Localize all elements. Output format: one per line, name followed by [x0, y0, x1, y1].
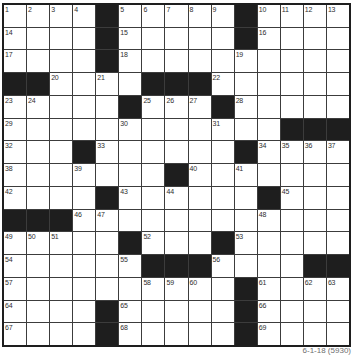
clue-number: 46 — [74, 210, 81, 219]
cell-r1c10[interactable]: 9 — [212, 5, 234, 27]
cell-r14c5 — [96, 301, 118, 323]
cell-r2c15[interactable] — [327, 28, 349, 50]
cell-r6c10[interactable]: 31 — [212, 119, 234, 141]
cell-r3c15[interactable] — [327, 50, 349, 72]
cell-r5c11[interactable]: 28 — [235, 96, 257, 118]
clue-number: 5 — [120, 5, 124, 14]
cell-r1c4[interactable]: 4 — [73, 5, 95, 27]
clue-number: 1 — [5, 5, 9, 14]
clue-number: 34 — [259, 141, 266, 150]
cell-r2c1[interactable]: 14 — [4, 28, 26, 50]
cell-r4c4[interactable] — [73, 73, 95, 95]
cell-r6c5[interactable] — [96, 119, 118, 141]
cell-r1c7[interactable]: 6 — [142, 5, 164, 27]
cell-r6c2[interactable] — [27, 119, 49, 141]
cell-r3c11[interactable]: 19 — [235, 50, 257, 72]
clue-number: 63 — [328, 278, 335, 287]
cell-r14c10[interactable] — [212, 301, 234, 323]
clue-number: 61 — [259, 278, 266, 287]
cell-r2c3[interactable] — [50, 28, 72, 50]
cell-r14c3[interactable] — [50, 301, 72, 323]
clue-number: 3 — [51, 5, 55, 14]
cell-r8c5[interactable] — [96, 164, 118, 186]
clue-number: 11 — [282, 5, 289, 14]
cell-r2c8[interactable] — [165, 28, 187, 50]
cell-r3c9[interactable] — [189, 50, 211, 72]
cell-r3c6[interactable]: 18 — [119, 50, 141, 72]
cell-r1c13[interactable]: 11 — [281, 5, 303, 27]
clue-number: 48 — [259, 210, 266, 219]
cell-r14c13[interactable] — [281, 301, 303, 323]
clue-number: 7 — [166, 5, 170, 14]
cell-r10c13[interactable] — [281, 210, 303, 232]
cell-r3c13[interactable] — [281, 50, 303, 72]
clue-number: 40 — [190, 164, 197, 173]
cell-r10c1 — [4, 210, 26, 232]
cell-r14c1[interactable]: 64 — [4, 301, 26, 323]
clue-number: 42 — [5, 187, 12, 196]
cell-r8c8 — [165, 164, 187, 186]
cell-r11c14[interactable] — [304, 232, 326, 254]
clue-number: 53 — [236, 232, 243, 241]
cell-r7c15[interactable]: 37 — [327, 141, 349, 163]
cell-r11c10 — [212, 232, 234, 254]
cell-r11c5[interactable] — [96, 232, 118, 254]
cell-r10c4[interactable]: 46 — [73, 210, 95, 232]
cell-r15c9[interactable] — [189, 323, 211, 345]
cell-r6c8[interactable] — [165, 119, 187, 141]
clue-number: 59 — [166, 278, 173, 287]
clue-number: 54 — [5, 255, 12, 264]
cell-r12c14 — [304, 255, 326, 277]
cell-r14c11 — [235, 301, 257, 323]
cell-r7c13[interactable]: 35 — [281, 141, 303, 163]
clue-number: 29 — [5, 119, 12, 128]
clue-number: 68 — [120, 323, 127, 332]
cell-r1c2[interactable]: 2 — [27, 5, 49, 27]
cell-r7c4 — [73, 141, 95, 163]
cell-r10c15[interactable] — [327, 210, 349, 232]
cell-r1c1[interactable]: 1 — [4, 5, 26, 27]
clue-number: 19 — [236, 50, 243, 59]
cell-r15c1[interactable]: 67 — [4, 323, 26, 345]
cell-r6c3[interactable] — [50, 119, 72, 141]
cell-r10c7[interactable] — [142, 210, 164, 232]
cell-r3c1[interactable]: 17 — [4, 50, 26, 72]
clue-number: 41 — [236, 164, 243, 173]
clue-number: 33 — [97, 141, 104, 150]
cell-r4c11[interactable] — [235, 73, 257, 95]
cell-r8c12[interactable] — [258, 164, 280, 186]
cell-r7c3[interactable] — [50, 141, 72, 163]
cell-r13c6[interactable] — [119, 278, 141, 300]
cell-r12c5[interactable] — [96, 255, 118, 277]
clue-number: 10 — [259, 5, 266, 14]
clue-number: 39 — [74, 164, 81, 173]
cell-r7c10[interactable] — [212, 141, 234, 163]
cell-r5c6 — [119, 96, 141, 118]
cell-r7c14[interactable]: 36 — [304, 141, 326, 163]
cell-r9c9[interactable] — [189, 187, 211, 209]
clue-number: 12 — [305, 5, 312, 14]
cell-r10c11[interactable] — [235, 210, 257, 232]
cell-r2c12[interactable]: 16 — [258, 28, 280, 50]
clue-number: 65 — [120, 301, 127, 310]
cell-r7c2[interactable] — [27, 141, 49, 163]
cell-r6c7[interactable] — [142, 119, 164, 141]
cell-r3c10[interactable] — [212, 50, 234, 72]
cell-r8c13[interactable] — [281, 164, 303, 186]
clue-number: 47 — [97, 210, 104, 219]
cell-r13c2[interactable] — [27, 278, 49, 300]
cell-r12c13[interactable] — [281, 255, 303, 277]
clue-number: 51 — [51, 232, 58, 241]
clue-number: 62 — [305, 278, 312, 287]
cell-r3c3[interactable] — [50, 50, 72, 72]
cell-r13c7[interactable]: 58 — [142, 278, 164, 300]
cell-r14c7[interactable] — [142, 301, 164, 323]
cell-r4c14[interactable] — [304, 73, 326, 95]
cell-r4c13[interactable] — [281, 73, 303, 95]
cell-r5c13[interactable] — [281, 96, 303, 118]
cell-r8c10[interactable] — [212, 164, 234, 186]
cell-r15c10[interactable] — [212, 323, 234, 345]
cell-r15c11 — [235, 323, 257, 345]
cell-r9c3[interactable] — [50, 187, 72, 209]
cell-r5c3[interactable] — [50, 96, 72, 118]
clue-number: 16 — [259, 28, 266, 37]
cell-r10c5[interactable]: 47 — [96, 210, 118, 232]
cell-r14c2[interactable] — [27, 301, 49, 323]
cell-r10c10[interactable] — [212, 210, 234, 232]
clue-number: 36 — [305, 141, 312, 150]
cell-r12c10[interactable]: 56 — [212, 255, 234, 277]
cell-r15c7[interactable] — [142, 323, 164, 345]
cell-r13c12[interactable]: 61 — [258, 278, 280, 300]
cell-r4c7 — [142, 73, 164, 95]
cell-r13c3[interactable] — [50, 278, 72, 300]
cell-r7c6[interactable] — [119, 141, 141, 163]
cell-r8c2[interactable] — [27, 164, 49, 186]
cell-r9c11[interactable] — [235, 187, 257, 209]
cell-r9c6[interactable]: 43 — [119, 187, 141, 209]
cell-r9c1[interactable]: 42 — [4, 187, 26, 209]
cell-r4c3[interactable]: 20 — [50, 73, 72, 95]
cell-r5c10 — [212, 96, 234, 118]
cell-r14c14[interactable] — [304, 301, 326, 323]
cell-r5c8[interactable]: 26 — [165, 96, 187, 118]
cell-r14c4[interactable] — [73, 301, 95, 323]
cell-r14c9[interactable] — [189, 301, 211, 323]
clue-number: 43 — [120, 187, 127, 196]
cell-r11c13[interactable] — [281, 232, 303, 254]
cell-r5c1[interactable]: 23 — [4, 96, 26, 118]
clue-number: 18 — [120, 50, 127, 59]
cell-r6c13 — [281, 119, 303, 141]
cell-r4c6[interactable] — [119, 73, 141, 95]
clue-number: 14 — [5, 28, 12, 37]
cell-r13c14[interactable]: 62 — [304, 278, 326, 300]
puzzle-code: 6-1-18 (5930) — [303, 346, 351, 356]
cell-r15c13[interactable] — [281, 323, 303, 345]
clue-number: 38 — [5, 164, 12, 173]
clue-number: 64 — [5, 301, 12, 310]
clue-number: 44 — [166, 187, 173, 196]
clue-number: 69 — [259, 323, 266, 332]
cell-r10c8[interactable] — [165, 210, 187, 232]
clue-number: 60 — [190, 278, 197, 287]
cell-r4c12[interactable] — [258, 73, 280, 95]
cell-r1c15[interactable]: 13 — [327, 5, 349, 27]
clue-number: 2 — [28, 5, 32, 14]
cell-r15c8[interactable] — [165, 323, 187, 345]
cell-r3c4[interactable] — [73, 50, 95, 72]
cell-r1c9[interactable]: 8 — [189, 5, 211, 27]
cell-r13c13[interactable] — [281, 278, 303, 300]
cell-r6c14 — [304, 119, 326, 141]
cell-r13c1[interactable]: 57 — [4, 278, 26, 300]
cell-r12c7 — [142, 255, 164, 277]
clue-number: 32 — [5, 141, 12, 150]
cell-r11c2[interactable]: 50 — [27, 232, 49, 254]
cell-r11c8[interactable] — [165, 232, 187, 254]
clue-number: 21 — [97, 73, 104, 82]
cell-r3c8[interactable] — [165, 50, 187, 72]
cell-r11c12[interactable] — [258, 232, 280, 254]
cell-r5c7[interactable]: 25 — [142, 96, 164, 118]
clue-number: 25 — [143, 96, 150, 105]
cell-r4c10[interactable]: 22 — [212, 73, 234, 95]
cell-r9c12 — [258, 187, 280, 209]
cell-r13c10[interactable] — [212, 278, 234, 300]
cell-r1c14[interactable]: 12 — [304, 5, 326, 27]
cell-r2c11 — [235, 28, 257, 50]
cell-r3c2[interactable] — [27, 50, 49, 72]
cell-r7c5[interactable]: 33 — [96, 141, 118, 163]
cell-r14c8[interactable] — [165, 301, 187, 323]
cell-r6c15 — [327, 119, 349, 141]
cell-r12c9 — [189, 255, 211, 277]
cell-r9c15[interactable] — [327, 187, 349, 209]
cell-r4c9 — [189, 73, 211, 95]
cell-r15c4[interactable] — [73, 323, 95, 345]
clue-number: 9 — [213, 5, 217, 14]
cell-r13c8[interactable]: 59 — [165, 278, 187, 300]
cell-r12c3[interactable] — [50, 255, 72, 277]
cell-r11c3[interactable]: 51 — [50, 232, 72, 254]
cell-r1c3[interactable]: 3 — [50, 5, 72, 27]
cell-r15c3[interactable] — [50, 323, 72, 345]
cell-r3c12[interactable] — [258, 50, 280, 72]
cell-r10c6[interactable] — [119, 210, 141, 232]
cell-r12c2[interactable] — [27, 255, 49, 277]
cell-r7c12[interactable]: 34 — [258, 141, 280, 163]
cell-r13c15[interactable]: 63 — [327, 278, 349, 300]
cell-r8c6[interactable] — [119, 164, 141, 186]
cell-r10c14[interactable] — [304, 210, 326, 232]
cell-r12c11[interactable] — [235, 255, 257, 277]
cell-r1c8[interactable]: 7 — [165, 5, 187, 27]
cell-r15c12[interactable]: 69 — [258, 323, 280, 345]
clue-number: 56 — [213, 255, 220, 264]
cell-r14c6[interactable]: 65 — [119, 301, 141, 323]
cell-r11c9[interactable] — [189, 232, 211, 254]
cell-r5c15[interactable] — [327, 96, 349, 118]
cell-r2c13[interactable] — [281, 28, 303, 50]
cell-r11c11[interactable]: 53 — [235, 232, 257, 254]
cell-r2c7[interactable] — [142, 28, 164, 50]
cell-r2c6[interactable]: 15 — [119, 28, 141, 50]
cell-r6c1[interactable]: 29 — [4, 119, 26, 141]
cell-r8c3[interactable] — [50, 164, 72, 186]
cell-r15c14[interactable] — [304, 323, 326, 345]
cell-r4c2 — [27, 73, 49, 95]
clue-number: 23 — [5, 96, 12, 105]
cell-r7c9[interactable] — [189, 141, 211, 163]
cell-r12c8 — [165, 255, 187, 277]
cell-r1c6[interactable]: 5 — [119, 5, 141, 27]
cell-r8c4[interactable]: 39 — [73, 164, 95, 186]
clue-number: 22 — [213, 73, 220, 82]
cell-r9c5 — [96, 187, 118, 209]
clue-number: 13 — [328, 5, 335, 14]
clue-number: 45 — [282, 187, 289, 196]
cell-r6c11[interactable] — [235, 119, 257, 141]
clue-number: 28 — [236, 96, 243, 105]
cell-r7c7[interactable] — [142, 141, 164, 163]
cell-r3c5 — [96, 50, 118, 72]
cell-r1c5 — [96, 5, 118, 27]
cell-r4c8 — [165, 73, 187, 95]
cell-r3c14[interactable] — [304, 50, 326, 72]
cell-r6c9[interactable] — [189, 119, 211, 141]
cell-r10c9[interactable] — [189, 210, 211, 232]
cell-r5c14[interactable] — [304, 96, 326, 118]
clue-number: 4 — [74, 5, 78, 14]
cell-r13c11 — [235, 278, 257, 300]
cell-r4c1 — [4, 73, 26, 95]
clue-number: 26 — [166, 96, 173, 105]
cell-r10c12[interactable]: 48 — [258, 210, 280, 232]
cell-r10c2 — [27, 210, 49, 232]
cell-r1c11 — [235, 5, 257, 27]
cell-r8c9[interactable]: 40 — [189, 164, 211, 186]
cell-r6c12[interactable] — [258, 119, 280, 141]
clue-number: 50 — [28, 232, 35, 241]
clue-number: 31 — [213, 119, 220, 128]
cell-r12c4[interactable] — [73, 255, 95, 277]
clue-number: 35 — [282, 141, 289, 150]
clue-number: 58 — [143, 278, 150, 287]
crossword-grid: 1234567891011121314151617181920212223242… — [2, 3, 351, 347]
cell-r11c4[interactable] — [73, 232, 95, 254]
clue-number: 52 — [143, 232, 150, 241]
cell-r7c8[interactable] — [165, 141, 187, 163]
cell-r12c1[interactable]: 54 — [4, 255, 26, 277]
cell-r6c6[interactable]: 30 — [119, 119, 141, 141]
cell-r5c12[interactable] — [258, 96, 280, 118]
clue-number: 30 — [120, 119, 127, 128]
cell-r9c7[interactable] — [142, 187, 164, 209]
cell-r12c6[interactable]: 55 — [119, 255, 141, 277]
clue-number: 17 — [5, 50, 12, 59]
cell-r5c4[interactable] — [73, 96, 95, 118]
clue-number: 49 — [5, 232, 12, 241]
cell-r13c5[interactable] — [96, 278, 118, 300]
cell-r2c10[interactable] — [212, 28, 234, 50]
clue-number: 27 — [190, 96, 197, 105]
cell-r2c14[interactable] — [304, 28, 326, 50]
cell-r15c6[interactable]: 68 — [119, 323, 141, 345]
cell-r13c4[interactable] — [73, 278, 95, 300]
cell-r5c2[interactable]: 24 — [27, 96, 49, 118]
cell-r2c9[interactable] — [189, 28, 211, 50]
clue-number: 37 — [328, 141, 335, 150]
cell-r8c1[interactable]: 38 — [4, 164, 26, 186]
cell-r15c15[interactable] — [327, 323, 349, 345]
cell-r9c4[interactable] — [73, 187, 95, 209]
cell-r13c9[interactable]: 60 — [189, 278, 211, 300]
clue-number: 15 — [120, 28, 127, 37]
cell-r2c2[interactable] — [27, 28, 49, 50]
cell-r11c7[interactable]: 52 — [142, 232, 164, 254]
cell-r4c15[interactable] — [327, 73, 349, 95]
cell-r12c12[interactable] — [258, 255, 280, 277]
cell-r8c14[interactable] — [304, 164, 326, 186]
cell-r9c13[interactable]: 45 — [281, 187, 303, 209]
cell-r6c4[interactable] — [73, 119, 95, 141]
cell-r4c5[interactable]: 21 — [96, 73, 118, 95]
cell-r8c15[interactable] — [327, 164, 349, 186]
cell-r3c7[interactable] — [142, 50, 164, 72]
cell-r14c12[interactable]: 66 — [258, 301, 280, 323]
cell-r5c9[interactable]: 27 — [189, 96, 211, 118]
cell-r1c12[interactable]: 10 — [258, 5, 280, 27]
cell-r9c10[interactable] — [212, 187, 234, 209]
cell-r7c1[interactable]: 32 — [4, 141, 26, 163]
clue-number: 67 — [5, 323, 12, 332]
cell-r9c14[interactable] — [304, 187, 326, 209]
cell-r11c15[interactable] — [327, 232, 349, 254]
cell-r7c11 — [235, 141, 257, 163]
cell-r2c5 — [96, 28, 118, 50]
cell-r9c2[interactable] — [27, 187, 49, 209]
cell-r9c8[interactable]: 44 — [165, 187, 187, 209]
cell-r15c2[interactable] — [27, 323, 49, 345]
cell-r11c6 — [119, 232, 141, 254]
cell-r8c11[interactable]: 41 — [235, 164, 257, 186]
cell-r15c5 — [96, 323, 118, 345]
cell-r10c3 — [50, 210, 72, 232]
clue-number: 24 — [28, 96, 35, 105]
clue-number: 55 — [120, 255, 127, 264]
clue-number: 66 — [259, 301, 266, 310]
cell-r11c1[interactable]: 49 — [4, 232, 26, 254]
cell-r8c7[interactable] — [142, 164, 164, 186]
cell-r5c5[interactable] — [96, 96, 118, 118]
clue-number: 8 — [190, 5, 194, 14]
clue-number: 20 — [51, 73, 58, 82]
cell-r2c4[interactable] — [73, 28, 95, 50]
cell-r12c15 — [327, 255, 349, 277]
clue-number: 6 — [143, 5, 147, 14]
cell-r14c15[interactable] — [327, 301, 349, 323]
clue-number: 57 — [5, 278, 12, 287]
